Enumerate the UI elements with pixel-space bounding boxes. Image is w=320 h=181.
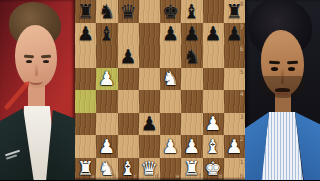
black-king: ♚ [162, 2, 179, 21]
square-g4[interactable] [203, 90, 224, 113]
file-label-g: g [218, 173, 222, 179]
black-pawn: ♟ [183, 24, 200, 43]
rank-label-1: 1 [240, 159, 244, 165]
square-h5[interactable]: 5 [224, 68, 245, 91]
rank-label-2: 2 [240, 136, 244, 142]
square-c1[interactable]: ♝c [118, 158, 139, 181]
rank-label-6: 6 [240, 46, 244, 52]
square-d3[interactable]: ♟ [139, 113, 160, 136]
white-pawn: ♟ [183, 137, 200, 156]
square-a3[interactable] [75, 113, 96, 136]
square-e8[interactable]: ♚ [160, 0, 181, 23]
black-pawn: ♟ [77, 24, 94, 43]
square-h8[interactable]: ♜8 [224, 0, 245, 23]
square-g7[interactable]: ♟ [203, 23, 224, 46]
square-b4[interactable] [96, 90, 117, 113]
square-a7[interactable]: ♟ [75, 23, 96, 46]
white-pawn: ♟ [162, 137, 179, 156]
white-knight: ♞ [162, 69, 179, 88]
file-label-h: h [240, 173, 244, 179]
black-bishop: ♝ [183, 2, 200, 21]
file-label-e: e [176, 173, 180, 179]
square-h2[interactable]: ♟2 [224, 135, 245, 158]
square-e3[interactable] [160, 113, 181, 136]
left-player-eye [43, 60, 49, 63]
square-h6[interactable]: 6 [224, 45, 245, 68]
square-f8[interactable]: ♝ [181, 0, 202, 23]
square-b8[interactable]: ♞ [96, 0, 117, 23]
square-e5[interactable]: ♞ [160, 68, 181, 91]
square-d5[interactable] [139, 68, 160, 91]
square-g1[interactable]: ♚g [203, 158, 224, 181]
square-f7[interactable]: ♟ [181, 23, 202, 46]
square-a6[interactable] [75, 45, 96, 68]
right-player-eyebrow [269, 61, 280, 65]
square-f3[interactable] [181, 113, 202, 136]
right-player-eye [288, 67, 295, 71]
square-d6[interactable] [139, 45, 160, 68]
left-player-mouth [29, 78, 43, 85]
square-d1[interactable]: ♛d [139, 158, 160, 181]
file-label-f: f [199, 173, 201, 179]
black-bishop: ♝ [98, 24, 115, 43]
white-bishop: ♝ [205, 137, 222, 156]
square-c4[interactable] [118, 90, 139, 113]
black-queen: ♛ [120, 2, 137, 21]
black-pawn: ♟ [162, 24, 179, 43]
left-player-eye [26, 60, 32, 63]
black-pawn: ♟ [205, 24, 222, 43]
square-d4[interactable] [139, 90, 160, 113]
black-knight: ♞ [98, 2, 115, 21]
square-e6[interactable] [160, 45, 181, 68]
white-pawn: ♟ [98, 137, 115, 156]
square-h7[interactable]: ♟7 [224, 23, 245, 46]
square-b2[interactable]: ♟ [96, 135, 117, 158]
square-e4[interactable] [160, 90, 181, 113]
rank-label-4: 4 [240, 91, 244, 97]
square-a1[interactable]: ♜a [75, 158, 96, 181]
square-b1[interactable]: ♞b [96, 158, 117, 181]
left-player-nose [35, 63, 38, 76]
square-e1[interactable]: e [160, 158, 181, 181]
black-rook: ♜ [77, 2, 94, 21]
rank-label-5: 5 [240, 69, 244, 75]
right-player-mustache [275, 88, 290, 92]
file-label-a: a [91, 173, 95, 179]
player-photo-right [245, 0, 320, 180]
square-b5[interactable]: ♟ [96, 68, 117, 91]
square-a5[interactable] [75, 68, 96, 91]
square-b7[interactable]: ♝ [96, 23, 117, 46]
square-g5[interactable] [203, 68, 224, 91]
square-c8[interactable]: ♛ [118, 0, 139, 23]
white-pawn: ♟ [98, 69, 115, 88]
square-e7[interactable]: ♟ [160, 23, 181, 46]
square-e2[interactable]: ♟ [160, 135, 181, 158]
player-photo-left [0, 0, 75, 180]
square-c3[interactable] [118, 113, 139, 136]
thumbnail: ♜♞♛♚♝♜8♟♝♟♟♟♟7♟♞6♟♞54♟♟3♟♟♟♝♟2♜a♞b♝c♛de♜… [0, 0, 320, 180]
square-c5[interactable] [118, 68, 139, 91]
file-label-b: b [112, 173, 116, 179]
square-f2[interactable]: ♟ [181, 135, 202, 158]
black-pawn: ♟ [120, 47, 137, 66]
square-g6[interactable] [203, 45, 224, 68]
square-f6[interactable]: ♞ [181, 45, 202, 68]
square-h1[interactable]: 1h [224, 158, 245, 181]
square-b3[interactable] [96, 113, 117, 136]
square-b6[interactable] [96, 45, 117, 68]
square-d7[interactable] [139, 23, 160, 46]
right-player-eye [271, 67, 278, 71]
square-a4[interactable] [75, 90, 96, 113]
square-g3[interactable]: ♟ [203, 113, 224, 136]
white-pawn: ♟ [205, 114, 222, 133]
right-player-nose [281, 68, 284, 84]
square-f1[interactable]: ♜f [181, 158, 202, 181]
square-d2[interactable] [139, 135, 160, 158]
square-h4[interactable]: 4 [224, 90, 245, 113]
square-f5[interactable] [181, 68, 202, 91]
square-h3[interactable]: 3 [224, 113, 245, 136]
black-knight: ♞ [183, 47, 200, 66]
white-rook: ♜ [183, 159, 200, 178]
file-label-d: d [155, 173, 159, 179]
square-d8[interactable] [139, 0, 160, 23]
black-pawn: ♟ [141, 114, 158, 133]
square-g2[interactable]: ♝ [203, 135, 224, 158]
rank-label-3: 3 [240, 114, 244, 120]
rank-label-8: 8 [240, 1, 244, 7]
rank-label-7: 7 [240, 24, 244, 30]
square-c7[interactable] [118, 23, 139, 46]
square-g8[interactable] [203, 0, 224, 23]
chess-board: ♜♞♛♚♝♜8♟♝♟♟♟♟7♟♞6♟♞54♟♟3♟♟♟♝♟2♜a♞b♝c♛de♜… [75, 0, 245, 180]
square-c2[interactable] [118, 135, 139, 158]
square-c6[interactable]: ♟ [118, 45, 139, 68]
right-player-eyebrow [287, 61, 298, 65]
file-label-c: c [134, 173, 137, 179]
right-player-mouth [277, 93, 288, 95]
square-f4[interactable] [181, 90, 202, 113]
square-a8[interactable]: ♜ [75, 0, 96, 23]
square-a2[interactable] [75, 135, 96, 158]
